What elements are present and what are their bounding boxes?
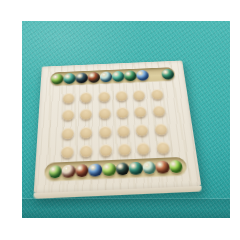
hole-r4c2[interactable] bbox=[80, 145, 93, 158]
hole-r4c5[interactable] bbox=[137, 143, 150, 155]
hole-r2c3[interactable] bbox=[99, 108, 111, 119]
marble-dark-green[interactable] bbox=[124, 70, 137, 81]
marble-dark-teal[interactable] bbox=[161, 69, 175, 80]
photo-page bbox=[0, 0, 240, 240]
fabric-fold bbox=[22, 199, 230, 218]
hole-r2c6[interactable] bbox=[152, 105, 165, 116]
marble-bright-green[interactable] bbox=[169, 160, 184, 174]
hole-r1c5[interactable] bbox=[133, 89, 145, 100]
marble-white-red-swirl[interactable] bbox=[62, 164, 76, 178]
hole-r1c2[interactable] bbox=[81, 92, 93, 103]
hole-r3c2[interactable] bbox=[80, 126, 92, 138]
hole-r2c5[interactable] bbox=[134, 106, 147, 117]
holes-grid bbox=[58, 85, 174, 162]
marble-green-swirl[interactable] bbox=[51, 74, 64, 85]
hole-r3c4[interactable] bbox=[117, 125, 130, 137]
hole-r2c2[interactable] bbox=[81, 109, 93, 120]
hole-r3c5[interactable] bbox=[136, 124, 149, 136]
marble-red-brown-2[interactable] bbox=[155, 160, 170, 174]
hole-r4c3[interactable] bbox=[99, 144, 112, 157]
marble-lime-green[interactable] bbox=[102, 163, 116, 177]
marble-red-brown[interactable] bbox=[75, 164, 89, 178]
marble-black[interactable] bbox=[115, 162, 129, 176]
marble-teal-green[interactable] bbox=[112, 71, 125, 82]
marble-black[interactable] bbox=[76, 72, 88, 83]
hole-r4c4[interactable] bbox=[118, 143, 131, 155]
hole-r1c1[interactable] bbox=[63, 93, 75, 104]
hole-r2c1[interactable] bbox=[62, 109, 74, 120]
marble-blue[interactable] bbox=[89, 163, 103, 177]
hole-r3c3[interactable] bbox=[99, 126, 111, 138]
hole-r3c6[interactable] bbox=[154, 123, 167, 135]
marble-teal[interactable] bbox=[63, 73, 75, 84]
hole-r1c3[interactable] bbox=[98, 91, 110, 102]
top-trough bbox=[50, 67, 176, 86]
marble-dark-red-swirl[interactable] bbox=[88, 72, 100, 83]
marble-blue[interactable] bbox=[136, 70, 149, 81]
marble-dark-teal[interactable] bbox=[129, 161, 143, 175]
hole-r3c1[interactable] bbox=[62, 127, 74, 139]
marble-pale-teal-swirl[interactable] bbox=[142, 161, 157, 175]
hole-r1c6[interactable] bbox=[151, 89, 164, 100]
trough-empty-gap bbox=[149, 74, 162, 75]
marble-blue-white-swirl[interactable] bbox=[100, 71, 113, 82]
board-perspective-wrap bbox=[34, 60, 202, 193]
hole-r4c1[interactable] bbox=[61, 146, 74, 159]
hole-r2c4[interactable] bbox=[117, 107, 129, 118]
marble-emerald-green[interactable] bbox=[48, 165, 62, 179]
photo bbox=[22, 21, 230, 218]
hole-r4c6[interactable] bbox=[156, 142, 170, 154]
marble-board bbox=[34, 60, 202, 193]
hole-r1c4[interactable] bbox=[116, 90, 128, 101]
